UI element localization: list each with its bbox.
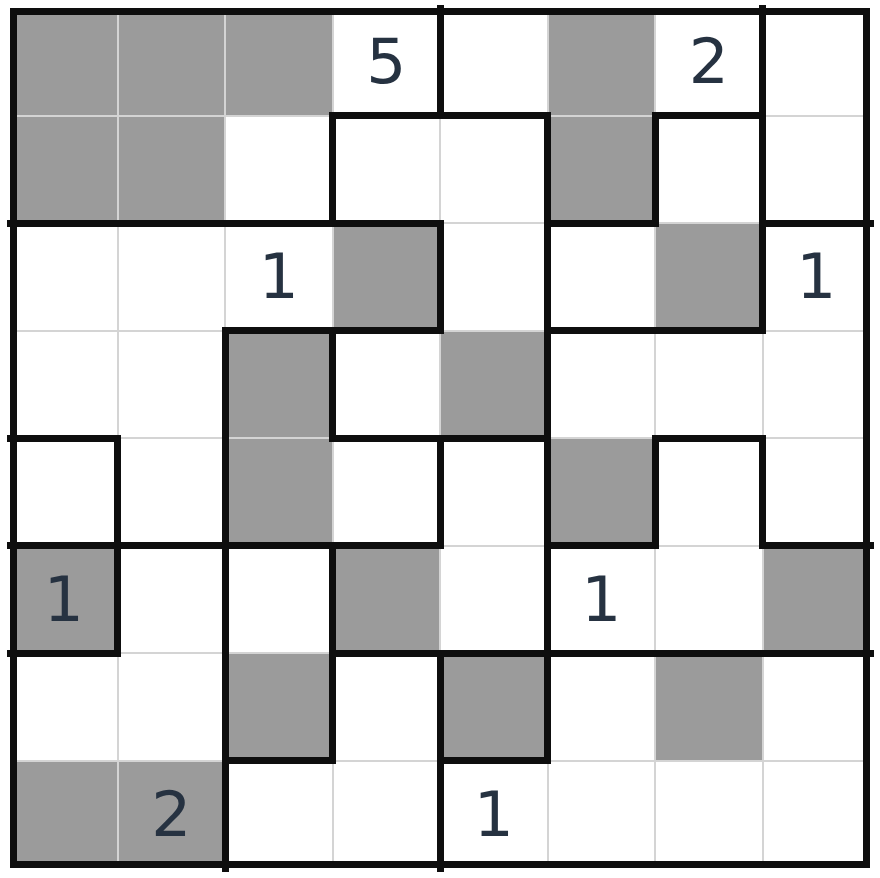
cell-r0c7[interactable]	[763, 8, 871, 116]
cell-r0c1-shaded[interactable]	[118, 8, 226, 116]
clue-value: 1	[763, 223, 871, 331]
clue-value: 1	[548, 546, 656, 654]
cell-r5c5[interactable]: 1	[548, 546, 656, 654]
clue-value: 1	[10, 546, 118, 654]
cell-r7c5[interactable]	[548, 761, 656, 869]
cell-r0c6[interactable]: 2	[655, 8, 763, 116]
cell-r0c5-shaded[interactable]	[548, 8, 656, 116]
cell-r2c4[interactable]	[440, 223, 548, 331]
cell-r4c1[interactable]	[118, 438, 226, 546]
cell-r2c3-shaded[interactable]	[333, 223, 441, 331]
cell-r5c2[interactable]	[225, 546, 333, 654]
cell-r4c0[interactable]	[10, 438, 118, 546]
clue-value: 2	[118, 761, 226, 869]
cell-r6c4-shaded[interactable]	[440, 653, 548, 761]
cell-r1c6[interactable]	[655, 116, 763, 224]
cell-r3c5[interactable]	[548, 331, 656, 439]
cell-r7c1-shaded[interactable]: 2	[118, 761, 226, 869]
cell-r6c6-shaded[interactable]	[655, 653, 763, 761]
cell-r5c0-shaded[interactable]: 1	[10, 546, 118, 654]
cell-r1c1-shaded[interactable]	[118, 116, 226, 224]
cell-r6c1[interactable]	[118, 653, 226, 761]
cell-r3c1[interactable]	[118, 331, 226, 439]
cell-r5c7-shaded[interactable]	[763, 546, 871, 654]
cell-r0c4[interactable]	[440, 8, 548, 116]
cell-r7c3[interactable]	[333, 761, 441, 869]
cell-r7c6[interactable]	[655, 761, 763, 869]
puzzle-screen: Shimaguni (Islands) region-shading logic…	[0, 0, 880, 878]
cell-r2c7[interactable]: 1	[763, 223, 871, 331]
cell-r7c2[interactable]	[225, 761, 333, 869]
cell-r6c7[interactable]	[763, 653, 871, 761]
cell-r4c6[interactable]	[655, 438, 763, 546]
cell-r4c4[interactable]	[440, 438, 548, 546]
cell-r4c2-shaded[interactable]	[225, 438, 333, 546]
cell-r1c5-shaded[interactable]	[548, 116, 656, 224]
cell-r1c2[interactable]	[225, 116, 333, 224]
cell-r2c2[interactable]: 1	[225, 223, 333, 331]
cell-r3c6[interactable]	[655, 331, 763, 439]
cell-r6c2-shaded[interactable]	[225, 653, 333, 761]
cell-r0c2-shaded[interactable]	[225, 8, 333, 116]
cell-r6c5[interactable]	[548, 653, 656, 761]
cell-r5c3-shaded[interactable]	[333, 546, 441, 654]
clue-value: 2	[655, 8, 763, 116]
puzzle-board: 52111121	[10, 8, 870, 868]
cell-r7c7[interactable]	[763, 761, 871, 869]
clue-value: 1	[440, 761, 548, 869]
cell-r0c0-shaded[interactable]	[10, 8, 118, 116]
cell-r3c2-shaded[interactable]	[225, 331, 333, 439]
cell-r2c1[interactable]	[118, 223, 226, 331]
cell-r2c6-shaded[interactable]	[655, 223, 763, 331]
cell-r4c3[interactable]	[333, 438, 441, 546]
cell-r1c3[interactable]	[333, 116, 441, 224]
cell-r0c3[interactable]: 5	[333, 8, 441, 116]
cell-r6c0[interactable]	[10, 653, 118, 761]
cell-r3c7[interactable]	[763, 331, 871, 439]
cell-r5c1[interactable]	[118, 546, 226, 654]
cell-r6c3[interactable]	[333, 653, 441, 761]
cell-r2c5[interactable]	[548, 223, 656, 331]
cell-r4c7[interactable]	[763, 438, 871, 546]
cell-r3c3[interactable]	[333, 331, 441, 439]
cell-r4c5-shaded[interactable]	[548, 438, 656, 546]
cell-r7c0-shaded[interactable]	[10, 761, 118, 869]
clue-value: 1	[225, 223, 333, 331]
cell-r5c4[interactable]	[440, 546, 548, 654]
clue-value: 5	[333, 8, 441, 116]
cell-r1c0-shaded[interactable]	[10, 116, 118, 224]
cell-r7c4[interactable]: 1	[440, 761, 548, 869]
cell-r5c6[interactable]	[655, 546, 763, 654]
cell-r1c4[interactable]	[440, 116, 548, 224]
cell-r3c4-shaded[interactable]	[440, 331, 548, 439]
cell-r2c0[interactable]	[10, 223, 118, 331]
cell-r1c7[interactable]	[763, 116, 871, 224]
cell-r3c0[interactable]	[10, 331, 118, 439]
